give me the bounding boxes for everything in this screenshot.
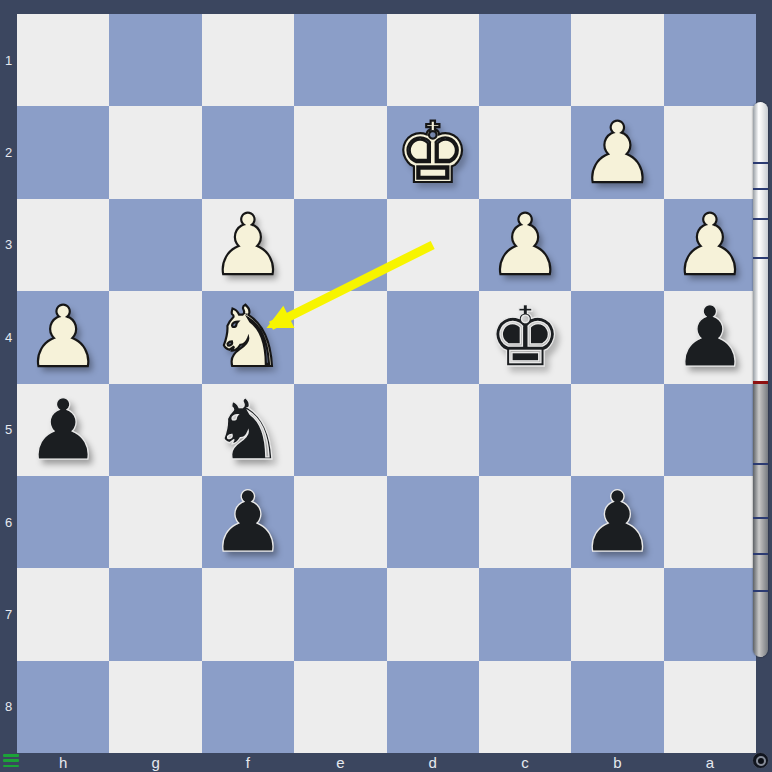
piece-black-pawn-a4[interactable]: ♟: [664, 291, 756, 383]
rank-label-6: 6: [0, 476, 17, 568]
square-g5[interactable]: [109, 384, 201, 476]
square-e2[interactable]: [294, 106, 386, 198]
square-g7[interactable]: [109, 568, 201, 660]
rank-label-3: 3: [0, 199, 17, 291]
piece-black-pawn-f6[interactable]: ♟: [202, 476, 294, 568]
record-button-icon[interactable]: [752, 752, 769, 769]
square-d4[interactable]: [387, 291, 479, 383]
menu-icon[interactable]: [3, 754, 19, 767]
square-d7[interactable]: [387, 568, 479, 660]
evaluation-tick: [753, 162, 768, 164]
file-label-a: a: [664, 752, 756, 772]
piece-black-pawn-h5[interactable]: ♟: [17, 384, 109, 476]
square-b5[interactable]: [571, 384, 663, 476]
square-d6[interactable]: [387, 476, 479, 568]
rank-label-8: 8: [0, 661, 17, 753]
piece-white-pawn-c3[interactable]: ♟: [479, 199, 571, 291]
square-e3[interactable]: [294, 199, 386, 291]
square-f7[interactable]: [202, 568, 294, 660]
square-b4[interactable]: [571, 291, 663, 383]
square-g8[interactable]: [109, 661, 201, 753]
rank-label-1: 1: [0, 14, 17, 106]
evaluation-tick: [753, 218, 768, 220]
square-h1[interactable]: [17, 14, 109, 106]
evaluation-slider-lower-track: [753, 383, 768, 657]
piece-black-knight-f5[interactable]: ♞: [202, 384, 294, 476]
evaluation-tick: [753, 257, 768, 259]
square-b3[interactable]: [571, 199, 663, 291]
evaluation-tick: [753, 553, 768, 555]
file-label-f: f: [202, 752, 294, 772]
square-c7[interactable]: [479, 568, 571, 660]
square-e7[interactable]: [294, 568, 386, 660]
evaluation-tick: [753, 463, 768, 465]
square-e5[interactable]: [294, 384, 386, 476]
piece-white-pawn-a3[interactable]: ♟: [664, 199, 756, 291]
square-f2[interactable]: [202, 106, 294, 198]
square-a1[interactable]: [664, 14, 756, 106]
square-b7[interactable]: [571, 568, 663, 660]
square-c2[interactable]: [479, 106, 571, 198]
file-label-g: g: [109, 752, 201, 772]
square-g2[interactable]: [109, 106, 201, 198]
square-c6[interactable]: [479, 476, 571, 568]
rank-label-4: 4: [0, 291, 17, 383]
evaluation-tick: [753, 188, 768, 190]
evaluation-tick: [753, 590, 768, 592]
file-label-e: e: [294, 752, 386, 772]
piece-white-knight-f4[interactable]: ♞: [202, 291, 294, 383]
square-c5[interactable]: [479, 384, 571, 476]
square-e6[interactable]: [294, 476, 386, 568]
piece-white-pawn-h4[interactable]: ♟: [17, 291, 109, 383]
file-label-h: h: [17, 752, 109, 772]
square-g3[interactable]: [109, 199, 201, 291]
piece-white-pawn-b2[interactable]: ♟: [571, 106, 663, 198]
square-h2[interactable]: [17, 106, 109, 198]
square-h7[interactable]: [17, 568, 109, 660]
record-button-dot: [756, 756, 766, 766]
square-a8[interactable]: [664, 661, 756, 753]
square-b8[interactable]: [571, 661, 663, 753]
piece-white-pawn-f3[interactable]: ♟: [202, 199, 294, 291]
square-e4[interactable]: [294, 291, 386, 383]
evaluation-tick: [753, 517, 768, 519]
menu-icon-line: [3, 765, 19, 768]
menu-icon-line: [3, 754, 19, 757]
file-label-d: d: [387, 752, 479, 772]
piece-black-pawn-b6[interactable]: ♟: [571, 476, 663, 568]
evaluation-slider[interactable]: [753, 102, 768, 657]
square-g1[interactable]: [109, 14, 201, 106]
chess-app-window: 12345678 hgfedcba ♚♟♟♟♟♟♞♟♚♟♞♟♟: [0, 0, 772, 772]
square-g4[interactable]: [109, 291, 201, 383]
square-d8[interactable]: [387, 661, 479, 753]
square-c8[interactable]: [479, 661, 571, 753]
square-a7[interactable]: [664, 568, 756, 660]
square-c1[interactable]: [479, 14, 571, 106]
square-f1[interactable]: [202, 14, 294, 106]
square-h8[interactable]: [17, 661, 109, 753]
square-b1[interactable]: [571, 14, 663, 106]
square-d5[interactable]: [387, 384, 479, 476]
rank-label-5: 5: [0, 384, 17, 476]
evaluation-marker: [753, 381, 768, 384]
square-h6[interactable]: [17, 476, 109, 568]
square-g6[interactable]: [109, 476, 201, 568]
square-d1[interactable]: [387, 14, 479, 106]
square-d3[interactable]: [387, 199, 479, 291]
square-h3[interactable]: [17, 199, 109, 291]
rank-label-2: 2: [0, 106, 17, 198]
rank-label-7: 7: [0, 568, 17, 660]
square-a6[interactable]: [664, 476, 756, 568]
menu-icon-line: [3, 759, 19, 762]
square-e8[interactable]: [294, 661, 386, 753]
square-f8[interactable]: [202, 661, 294, 753]
square-e1[interactable]: [294, 14, 386, 106]
square-a5[interactable]: [664, 384, 756, 476]
piece-black-king-c4[interactable]: ♚: [479, 291, 571, 383]
piece-white-king-d2[interactable]: ♚: [387, 106, 479, 198]
file-label-c: c: [479, 752, 571, 772]
square-a2[interactable]: [664, 106, 756, 198]
evaluation-slider-upper-track: [753, 102, 768, 383]
file-label-b: b: [571, 752, 663, 772]
